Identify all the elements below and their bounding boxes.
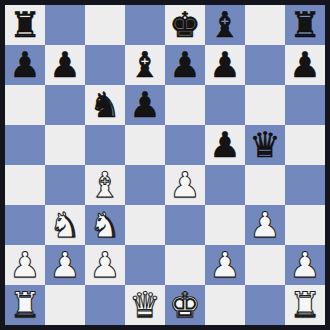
- black-knight[interactable]: ♞: [89, 85, 120, 125]
- square-a6[interactable]: [5, 85, 45, 125]
- black-pawn[interactable]: ♟: [209, 125, 240, 165]
- square-g8[interactable]: [245, 5, 285, 45]
- square-c5[interactable]: [85, 125, 125, 165]
- square-g4[interactable]: [245, 165, 285, 205]
- square-a2[interactable]: ♟: [5, 245, 45, 285]
- square-h4[interactable]: [285, 165, 325, 205]
- white-pawn[interactable]: ♟: [249, 205, 280, 245]
- black-pawn[interactable]: ♟: [129, 85, 160, 125]
- square-f7[interactable]: ♟: [205, 45, 245, 85]
- white-king[interactable]: ♚: [169, 285, 200, 325]
- square-h6[interactable]: [285, 85, 325, 125]
- black-pawn[interactable]: ♟: [209, 45, 240, 85]
- square-b6[interactable]: [45, 85, 85, 125]
- square-a7[interactable]: ♟: [5, 45, 45, 85]
- square-a3[interactable]: [5, 205, 45, 245]
- black-pawn[interactable]: ♟: [289, 45, 320, 85]
- square-f8[interactable]: ♝: [205, 5, 245, 45]
- square-g5[interactable]: ♛: [245, 125, 285, 165]
- square-g3[interactable]: ♟: [245, 205, 285, 245]
- square-b3[interactable]: ♞: [45, 205, 85, 245]
- square-e7[interactable]: ♟: [165, 45, 205, 85]
- black-rook[interactable]: ♜: [289, 5, 320, 45]
- black-pawn[interactable]: ♟: [9, 45, 40, 85]
- black-queen[interactable]: ♛: [249, 125, 280, 165]
- square-d7[interactable]: ♝: [125, 45, 165, 85]
- square-e2[interactable]: [165, 245, 205, 285]
- chess-board: ♜♚♝♜♟♟♝♟♟♟♞♟♟♛♝♟♞♞♟♟♟♟♟♟♜♛♚♜: [5, 5, 325, 325]
- black-pawn[interactable]: ♟: [169, 45, 200, 85]
- square-h2[interactable]: ♟: [285, 245, 325, 285]
- white-pawn[interactable]: ♟: [289, 245, 320, 285]
- square-f6[interactable]: [205, 85, 245, 125]
- square-e4[interactable]: ♟: [165, 165, 205, 205]
- white-pawn[interactable]: ♟: [9, 245, 40, 285]
- white-pawn[interactable]: ♟: [209, 245, 240, 285]
- square-b7[interactable]: ♟: [45, 45, 85, 85]
- white-rook[interactable]: ♜: [289, 285, 320, 325]
- white-rook[interactable]: ♜: [9, 285, 40, 325]
- white-bishop[interactable]: ♝: [89, 165, 120, 205]
- square-g1[interactable]: [245, 285, 285, 325]
- square-b8[interactable]: [45, 5, 85, 45]
- chess-board-frame: ♜♚♝♜♟♟♝♟♟♟♞♟♟♛♝♟♞♞♟♟♟♟♟♟♜♛♚♜: [0, 0, 330, 330]
- square-d1[interactable]: ♛: [125, 285, 165, 325]
- square-e5[interactable]: [165, 125, 205, 165]
- white-pawn[interactable]: ♟: [49, 245, 80, 285]
- square-a8[interactable]: ♜: [5, 5, 45, 45]
- white-pawn[interactable]: ♟: [169, 165, 200, 205]
- square-e6[interactable]: [165, 85, 205, 125]
- black-rook[interactable]: ♜: [9, 5, 40, 45]
- square-h5[interactable]: [285, 125, 325, 165]
- white-knight[interactable]: ♞: [49, 205, 80, 245]
- square-g6[interactable]: [245, 85, 285, 125]
- square-h8[interactable]: ♜: [285, 5, 325, 45]
- square-f3[interactable]: [205, 205, 245, 245]
- square-e3[interactable]: [165, 205, 205, 245]
- square-h3[interactable]: [285, 205, 325, 245]
- white-queen[interactable]: ♛: [129, 285, 160, 325]
- square-c2[interactable]: ♟: [85, 245, 125, 285]
- square-h1[interactable]: ♜: [285, 285, 325, 325]
- square-d4[interactable]: [125, 165, 165, 205]
- black-bishop[interactable]: ♝: [209, 5, 240, 45]
- square-f4[interactable]: [205, 165, 245, 205]
- square-e8[interactable]: ♚: [165, 5, 205, 45]
- square-c6[interactable]: ♞: [85, 85, 125, 125]
- square-d5[interactable]: [125, 125, 165, 165]
- black-pawn[interactable]: ♟: [49, 45, 80, 85]
- square-c3[interactable]: ♞: [85, 205, 125, 245]
- square-d2[interactable]: [125, 245, 165, 285]
- square-b4[interactable]: [45, 165, 85, 205]
- white-pawn[interactable]: ♟: [89, 245, 120, 285]
- square-a5[interactable]: [5, 125, 45, 165]
- square-d6[interactable]: ♟: [125, 85, 165, 125]
- square-c4[interactable]: ♝: [85, 165, 125, 205]
- square-d3[interactable]: [125, 205, 165, 245]
- square-g7[interactable]: [245, 45, 285, 85]
- square-f2[interactable]: ♟: [205, 245, 245, 285]
- square-f5[interactable]: ♟: [205, 125, 245, 165]
- white-knight[interactable]: ♞: [89, 205, 120, 245]
- square-b5[interactable]: [45, 125, 85, 165]
- square-c7[interactable]: [85, 45, 125, 85]
- square-a1[interactable]: ♜: [5, 285, 45, 325]
- square-e1[interactable]: ♚: [165, 285, 205, 325]
- square-c8[interactable]: [85, 5, 125, 45]
- black-bishop[interactable]: ♝: [129, 45, 160, 85]
- square-b1[interactable]: [45, 285, 85, 325]
- square-f1[interactable]: [205, 285, 245, 325]
- square-a4[interactable]: [5, 165, 45, 205]
- square-d8[interactable]: [125, 5, 165, 45]
- black-king[interactable]: ♚: [169, 5, 200, 45]
- square-c1[interactable]: [85, 285, 125, 325]
- square-g2[interactable]: [245, 245, 285, 285]
- square-h7[interactable]: ♟: [285, 45, 325, 85]
- square-b2[interactable]: ♟: [45, 245, 85, 285]
